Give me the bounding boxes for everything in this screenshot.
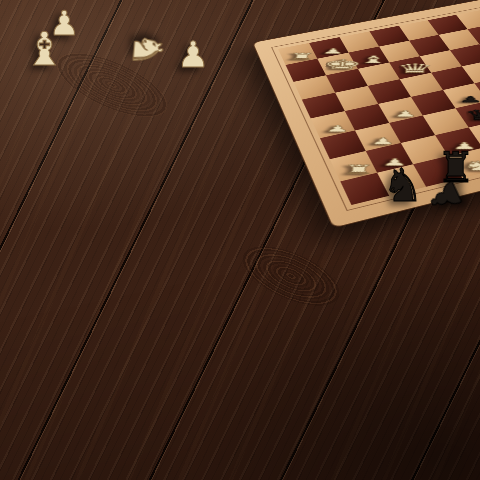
- captured-piece-black-knight: ♞: [382, 162, 423, 208]
- captured-piece-white-pawn: ♟: [177, 37, 209, 73]
- captured-piece-white-bishop: ♝: [24, 26, 65, 72]
- piece-white-rook: ♜: [285, 17, 318, 61]
- wood-floor: ♜♟♚♝♛♟♟♟♜♟♟♞♟♛♝♚♟♟♞♟ ♟♝♞♟♞♜♟: [0, 0, 480, 480]
- captured-piece-white-knight-lying: ♞: [126, 30, 169, 69]
- floor-knot: [231, 232, 351, 321]
- piece-white-pawn: ♟: [316, 11, 348, 55]
